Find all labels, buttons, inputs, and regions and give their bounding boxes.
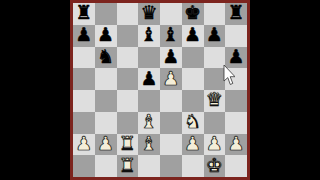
square-h8[interactable]: ♜ (225, 3, 247, 25)
white-king[interactable]: ♚ (206, 156, 223, 175)
white-bishop[interactable]: ♝ (141, 134, 158, 153)
square-b4[interactable] (95, 90, 117, 112)
square-e4[interactable] (160, 90, 182, 112)
black-pawn[interactable]: ♟ (75, 25, 92, 44)
square-h2[interactable]: ♟ (225, 134, 247, 156)
square-a2[interactable]: ♟ (73, 134, 95, 156)
black-queen[interactable]: ♛ (141, 3, 158, 22)
square-h1[interactable] (225, 155, 247, 177)
square-b8[interactable] (95, 3, 117, 25)
square-c4[interactable] (117, 90, 139, 112)
square-d2[interactable]: ♝ (138, 134, 160, 156)
square-d3[interactable]: ♝ (138, 112, 160, 134)
square-d8[interactable]: ♛ (138, 3, 160, 25)
square-g3[interactable] (204, 112, 226, 134)
square-c8[interactable] (117, 3, 139, 25)
black-pawn[interactable]: ♟ (162, 47, 179, 66)
square-b7[interactable]: ♟ (95, 25, 117, 47)
black-pawn[interactable]: ♟ (206, 25, 223, 44)
square-a5[interactable] (73, 68, 95, 90)
square-c5[interactable] (117, 68, 139, 90)
white-pawn[interactable]: ♟ (162, 69, 179, 88)
square-h5[interactable] (225, 68, 247, 90)
square-c7[interactable] (117, 25, 139, 47)
square-a4[interactable] (73, 90, 95, 112)
square-g2[interactable]: ♟ (204, 134, 226, 156)
square-g4[interactable]: ♛ (204, 90, 226, 112)
black-pawn[interactable]: ♟ (97, 25, 114, 44)
white-rook[interactable]: ♜ (119, 134, 136, 153)
square-c2[interactable]: ♜ (117, 134, 139, 156)
white-queen[interactable]: ♛ (206, 90, 223, 109)
square-e8[interactable] (160, 3, 182, 25)
square-b1[interactable] (95, 155, 117, 177)
square-c3[interactable] (117, 112, 139, 134)
white-pawn[interactable]: ♟ (184, 134, 201, 153)
white-pawn[interactable]: ♟ (97, 134, 114, 153)
square-a6[interactable] (73, 47, 95, 69)
white-bishop[interactable]: ♝ (141, 112, 158, 131)
square-d7[interactable]: ♝ (138, 25, 160, 47)
black-pawn[interactable]: ♟ (184, 25, 201, 44)
black-bishop[interactable]: ♝ (162, 25, 179, 44)
black-pawn[interactable]: ♟ (228, 47, 245, 66)
square-b2[interactable]: ♟ (95, 134, 117, 156)
square-e2[interactable] (160, 134, 182, 156)
square-g7[interactable]: ♟ (204, 25, 226, 47)
black-knight[interactable]: ♞ (97, 47, 114, 66)
white-pawn[interactable]: ♟ (75, 134, 92, 153)
square-f2[interactable]: ♟ (182, 134, 204, 156)
square-h6[interactable]: ♟ (225, 47, 247, 69)
black-bishop[interactable]: ♝ (141, 25, 158, 44)
white-pawn[interactable]: ♟ (228, 134, 245, 153)
square-f4[interactable] (182, 90, 204, 112)
square-f1[interactable] (182, 155, 204, 177)
square-a7[interactable]: ♟ (73, 25, 95, 47)
square-e5[interactable]: ♟ (160, 68, 182, 90)
square-d5[interactable]: ♟ (138, 68, 160, 90)
square-g6[interactable] (204, 47, 226, 69)
square-h3[interactable] (225, 112, 247, 134)
square-g8[interactable] (204, 3, 226, 25)
square-d6[interactable] (138, 47, 160, 69)
white-knight[interactable]: ♞ (184, 112, 201, 131)
square-f8[interactable]: ♚ (182, 3, 204, 25)
square-d1[interactable] (138, 155, 160, 177)
square-a1[interactable] (73, 155, 95, 177)
white-pawn[interactable]: ♟ (206, 134, 223, 153)
black-king[interactable]: ♚ (184, 3, 201, 22)
chess-board-frame: ♜♛♚♜♟♟♝♝♟♟♞♟♟♟♟♛♝♞♟♟♜♝♟♟♟♜♚ (70, 0, 250, 180)
square-a8[interactable]: ♜ (73, 3, 95, 25)
square-d4[interactable] (138, 90, 160, 112)
black-rook[interactable]: ♜ (75, 3, 92, 22)
square-e7[interactable]: ♝ (160, 25, 182, 47)
square-a3[interactable] (73, 112, 95, 134)
square-e1[interactable] (160, 155, 182, 177)
black-pawn[interactable]: ♟ (141, 69, 158, 88)
square-b6[interactable]: ♞ (95, 47, 117, 69)
square-g1[interactable]: ♚ (204, 155, 226, 177)
screen: { "game": "chess", "position": { "fen": … (0, 0, 320, 180)
square-e3[interactable] (160, 112, 182, 134)
black-rook[interactable]: ♜ (228, 3, 245, 22)
square-f6[interactable] (182, 47, 204, 69)
square-c6[interactable] (117, 47, 139, 69)
chess-board[interactable]: ♜♛♚♜♟♟♝♝♟♟♞♟♟♟♟♛♝♞♟♟♜♝♟♟♟♜♚ (73, 3, 247, 177)
square-h7[interactable] (225, 25, 247, 47)
square-e6[interactable]: ♟ (160, 47, 182, 69)
square-f5[interactable] (182, 68, 204, 90)
square-g5[interactable] (204, 68, 226, 90)
white-rook[interactable]: ♜ (119, 156, 136, 175)
square-f3[interactable]: ♞ (182, 112, 204, 134)
square-b5[interactable] (95, 68, 117, 90)
square-b3[interactable] (95, 112, 117, 134)
square-h4[interactable] (225, 90, 247, 112)
square-f7[interactable]: ♟ (182, 25, 204, 47)
square-c1[interactable]: ♜ (117, 155, 139, 177)
